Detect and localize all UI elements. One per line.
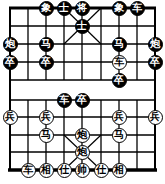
piece-black-soldier[interactable]: 卒 — [3, 55, 18, 70]
piece-black-horse[interactable]: 马 — [112, 37, 127, 52]
piece-black-advisor[interactable]: 士 — [75, 19, 90, 34]
piece-red-elephant[interactable]: 相 — [112, 163, 127, 178]
piece-black-soldier[interactable]: 卒 — [39, 55, 54, 70]
piece-black-horse[interactable]: 马 — [39, 37, 54, 52]
xiangqi-board-diagram: 象士将象车士炮马马炮卒卒车卒卒车卒兵兵兵兵马炮马炮车相仕帅仕相 — [0, 0, 165, 184]
piece-black-soldier[interactable]: 卒 — [112, 73, 127, 88]
piece-black-soldier[interactable]: 卒 — [75, 93, 90, 108]
piece-red-soldier[interactable]: 兵 — [39, 110, 54, 125]
piece-black-chariot[interactable]: 车 — [57, 93, 72, 108]
piece-red-horse[interactable]: 马 — [112, 128, 127, 143]
piece-black-cannon[interactable]: 炮 — [148, 37, 163, 52]
piece-red-chariot[interactable]: 车 — [112, 55, 127, 70]
piece-red-chariot[interactable]: 车 — [21, 163, 36, 178]
piece-red-soldier[interactable]: 兵 — [148, 110, 163, 125]
piece-red-soldier[interactable]: 兵 — [3, 110, 18, 125]
piece-red-advisor[interactable]: 仕 — [94, 163, 109, 178]
piece-red-horse[interactable]: 马 — [39, 128, 54, 143]
piece-black-elephant[interactable]: 象 — [39, 1, 54, 16]
xiangqi-board: 象士将象车士炮马马炮卒卒车卒卒车卒兵兵兵兵马炮马炮车相仕帅仕相 — [0, 0, 165, 184]
piece-red-cannon[interactable]: 炮 — [75, 145, 90, 160]
piece-red-elephant[interactable]: 相 — [39, 163, 54, 178]
piece-red-general[interactable]: 帅 — [75, 163, 90, 178]
piece-black-general[interactable]: 将 — [75, 1, 90, 16]
piece-black-soldier[interactable]: 卒 — [148, 55, 163, 70]
piece-black-chariot[interactable]: 车 — [130, 1, 145, 16]
piece-black-cannon[interactable]: 炮 — [3, 37, 18, 52]
piece-black-advisor[interactable]: 士 — [57, 1, 72, 16]
piece-red-advisor[interactable]: 仕 — [57, 163, 72, 178]
piece-red-cannon[interactable]: 炮 — [75, 128, 90, 143]
piece-black-elephant[interactable]: 象 — [112, 1, 127, 16]
piece-red-soldier[interactable]: 兵 — [112, 110, 127, 125]
